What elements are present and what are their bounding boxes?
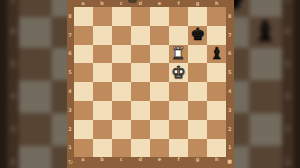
square-g1[interactable] (188, 139, 207, 158)
square-e6[interactable] (150, 45, 169, 64)
square-g8[interactable] (188, 7, 207, 26)
square-d8[interactable] (131, 7, 150, 26)
square-b5[interactable] (93, 63, 112, 82)
chess-board-panel: abcdefgh 87654321 ♚♜♝♚ 87654321 ↻ ■ abcd… (67, 0, 234, 168)
square-c8[interactable] (112, 7, 131, 26)
rank-label-8-left: 8 (67, 14, 74, 19)
file-label-e: e (150, 1, 169, 6)
rank-label-7-left: 7 (67, 33, 74, 38)
square-e4[interactable] (150, 82, 169, 101)
square-f8[interactable] (169, 7, 188, 26)
square-g6[interactable] (188, 45, 207, 64)
square-e7[interactable] (150, 26, 169, 45)
bottom-coordinate-strip: ↻ ■ abcdefgh (67, 157, 234, 168)
rank-label-1-left: 1 (67, 145, 74, 150)
square-h8[interactable] (207, 7, 226, 26)
file-label-g: g (188, 1, 207, 6)
cropped-piece-artifact (128, 0, 137, 3)
square-d4[interactable] (131, 82, 150, 101)
square-h6[interactable]: ♝ (207, 45, 226, 64)
square-c2[interactable] (112, 120, 131, 139)
file-label-b: b (93, 1, 112, 6)
square-f3[interactable] (169, 101, 188, 120)
square-f6[interactable]: ♜ (169, 45, 188, 64)
rank-label-5-right: 5 (226, 70, 233, 75)
square-a6[interactable] (74, 45, 93, 64)
square-a5[interactable] (74, 63, 93, 82)
rank-label-5-left: 5 (67, 70, 74, 75)
rank-label-3-left: 3 (67, 108, 74, 113)
black-bishop[interactable]: ♝ (207, 45, 226, 64)
black-king[interactable]: ♚ (188, 26, 207, 45)
white-rook[interactable]: ♜ (169, 45, 188, 64)
board-middle-row: 87654321 ♚♜♝♚ 87654321 (67, 7, 234, 157)
square-e8[interactable] (150, 7, 169, 26)
rank-label-3-right: 3 (226, 108, 233, 113)
square-h7[interactable] (207, 26, 226, 45)
square-e5[interactable] (150, 63, 169, 82)
square-a7[interactable] (74, 26, 93, 45)
square-b1[interactable] (93, 139, 112, 158)
file-label-f: f (169, 1, 188, 6)
file-label-e: e (150, 157, 169, 162)
rank-label-2-right: 2 (226, 127, 233, 132)
file-label-b: b (93, 157, 112, 162)
square-b4[interactable] (93, 82, 112, 101)
rank-label-2-left: 2 (67, 127, 74, 132)
square-a4[interactable] (74, 82, 93, 101)
square-f2[interactable] (169, 120, 188, 139)
square-g3[interactable] (188, 101, 207, 120)
square-c4[interactable] (112, 82, 131, 101)
square-d6[interactable] (131, 45, 150, 64)
square-a3[interactable] (74, 101, 93, 120)
square-g7[interactable]: ♚ (188, 26, 207, 45)
square-d1[interactable] (131, 139, 150, 158)
square-f1[interactable] (169, 139, 188, 158)
file-label-g: g (188, 157, 207, 162)
square-f7[interactable] (169, 26, 188, 45)
rank-label-4-left: 4 (67, 89, 74, 94)
square-a1[interactable] (74, 139, 93, 158)
square-g5[interactable] (188, 63, 207, 82)
square-e2[interactable] (150, 120, 169, 139)
square-c3[interactable] (112, 101, 131, 120)
square-f4[interactable] (169, 82, 188, 101)
file-label-h: h (207, 157, 226, 162)
rank-label-6-left: 6 (67, 51, 74, 56)
square-c6[interactable] (112, 45, 131, 64)
rank-label-8-right: 8 (226, 14, 233, 19)
left-rank-labels: 87654321 (67, 7, 74, 157)
square-e3[interactable] (150, 101, 169, 120)
flip-board-icon[interactable]: ↻ (68, 159, 73, 165)
square-g2[interactable] (188, 120, 207, 139)
file-label-h: h (207, 1, 226, 6)
square-g4[interactable] (188, 82, 207, 101)
square-d3[interactable] (131, 101, 150, 120)
file-label-c: c (112, 157, 131, 162)
chess-board-grid: ♚♜♝♚ (74, 7, 227, 157)
square-c7[interactable] (112, 26, 131, 45)
square-b2[interactable] (93, 120, 112, 139)
file-label-a: a (74, 1, 93, 6)
menu-square-icon[interactable]: ■ (227, 159, 232, 164)
square-c5[interactable] (112, 63, 131, 82)
square-c1[interactable] (112, 139, 131, 158)
square-d2[interactable] (131, 120, 150, 139)
file-label-a: a (74, 157, 93, 162)
square-b6[interactable] (93, 45, 112, 64)
square-b8[interactable] (93, 7, 112, 26)
right-rank-labels: 87654321 (226, 7, 233, 157)
square-d5[interactable] (131, 63, 150, 82)
square-e1[interactable] (150, 139, 169, 158)
square-f5[interactable]: ♚ (169, 63, 188, 82)
video-frame: abcdefgh 87654321 ♚♜♝♚ 87654321 ↻ ■ abcd… (0, 0, 300, 168)
white-king[interactable]: ♚ (169, 63, 188, 82)
rank-label-4-right: 4 (226, 89, 233, 94)
main-layer: abcdefgh 87654321 ♚♜♝♚ 87654321 ↻ ■ abcd… (0, 0, 300, 168)
square-h3[interactable] (207, 101, 226, 120)
square-a2[interactable] (74, 120, 93, 139)
file-label-d: d (131, 157, 150, 162)
square-h4[interactable] (207, 82, 226, 101)
square-h1[interactable] (207, 139, 226, 158)
square-b3[interactable] (93, 101, 112, 120)
square-a8[interactable] (74, 7, 93, 26)
square-h5[interactable] (207, 63, 226, 82)
file-label-f: f (169, 157, 188, 162)
square-b7[interactable] (93, 26, 112, 45)
square-h2[interactable] (207, 120, 226, 139)
rank-label-7-right: 7 (226, 33, 233, 38)
rank-label-6-right: 6 (226, 51, 233, 56)
rank-label-1-right: 1 (226, 145, 233, 150)
top-coordinate-strip: abcdefgh (67, 0, 234, 7)
square-d7[interactable] (131, 26, 150, 45)
